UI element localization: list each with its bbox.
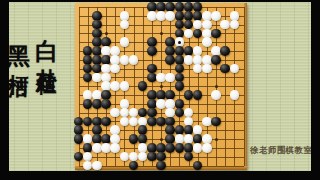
- star-point: [160, 85, 163, 88]
- letterbox-bar-bottom: [0, 171, 320, 180]
- black-stone: [147, 152, 157, 162]
- black-stone: [83, 99, 93, 109]
- white-stone: [110, 81, 120, 91]
- grid-line-v: [244, 7, 245, 166]
- letterbox-bar-left: [0, 0, 9, 180]
- white-stone: [138, 152, 148, 162]
- white-stone: [110, 143, 120, 153]
- grid-line-v: [225, 7, 226, 166]
- black-stone: [147, 73, 157, 83]
- black-stone: [193, 90, 203, 100]
- watermark-text: 徐老师围棋教室: [250, 145, 312, 157]
- white-stone: [202, 117, 212, 127]
- white-stone: [156, 11, 166, 21]
- white-stone: [220, 20, 230, 30]
- black-stone: [101, 117, 111, 127]
- black-stone: [211, 29, 221, 39]
- black-player-caption: 黑 柯洁: [7, 27, 30, 65]
- white-stone: [193, 143, 203, 153]
- white-stone: [230, 20, 240, 30]
- grid-line-v: [152, 7, 153, 166]
- white-stone: [202, 37, 212, 47]
- white-stone: [92, 161, 102, 171]
- white-stone: [184, 55, 194, 65]
- black-player-name: 柯洁: [9, 59, 29, 65]
- white-stone: [165, 11, 175, 21]
- white-stone: [156, 99, 166, 109]
- white-stone: [92, 73, 102, 83]
- black-stone: [175, 108, 185, 118]
- black-stone: [175, 143, 185, 153]
- star-point: [215, 138, 218, 141]
- white-stone: [202, 143, 212, 153]
- white-stone: [120, 152, 130, 162]
- black-stone: [175, 20, 185, 30]
- white-stone: [120, 55, 130, 65]
- black-stone: [156, 161, 166, 171]
- white-stone: [165, 73, 175, 83]
- white-stone: [184, 29, 194, 39]
- black-stone: [193, 29, 203, 39]
- black-stone: [184, 20, 194, 30]
- white-stone: [110, 64, 120, 74]
- black-stone: [156, 117, 166, 127]
- black-stone: [175, 81, 185, 91]
- white-stone: [129, 117, 139, 127]
- white-stone: [202, 20, 212, 30]
- star-point: [160, 138, 163, 141]
- go-board[interactable]: [75, 3, 247, 170]
- black-stone: [175, 64, 185, 74]
- white-stone: [230, 64, 240, 74]
- white-stone: [202, 64, 212, 74]
- black-stone: [184, 152, 194, 162]
- black-stone: [165, 143, 175, 153]
- white-stone: [230, 90, 240, 100]
- black-stone: [220, 46, 230, 56]
- grid-line-v: [234, 7, 235, 166]
- white-stone: [211, 90, 221, 100]
- white-stone: [120, 81, 130, 91]
- white-stone: [147, 11, 157, 21]
- white-stone: [101, 143, 111, 153]
- black-stone: [92, 64, 102, 74]
- black-stone: [83, 73, 93, 83]
- letterbox-bar-right: [311, 0, 320, 180]
- white-stone: [193, 64, 203, 74]
- black-stone: [101, 99, 111, 109]
- black-stone: [165, 55, 175, 65]
- white-player-caption: 白 朴廷桓: [35, 21, 58, 62]
- black-stone: [211, 117, 221, 127]
- white-stone: [120, 37, 130, 47]
- black-stone: [74, 152, 84, 162]
- white-stone: [156, 73, 166, 83]
- white-stone: [120, 117, 130, 127]
- star-point: [105, 32, 108, 35]
- black-stone: [147, 64, 157, 74]
- video-frame: 白 朴廷桓 黑 柯洁 徐老师围棋教室: [0, 0, 320, 180]
- black-stone: [138, 81, 148, 91]
- star-point: [215, 85, 218, 88]
- black-stone: [211, 55, 221, 65]
- black-stone: [138, 108, 148, 118]
- black-stone: [129, 134, 139, 144]
- black-stone: [184, 90, 194, 100]
- white-stone: [92, 143, 102, 153]
- black-stone: [83, 64, 93, 74]
- black-stone: [92, 20, 102, 30]
- black-stone: [92, 99, 102, 109]
- white-stone: [110, 108, 120, 118]
- star-point: [160, 32, 163, 35]
- black-stone: [83, 117, 93, 127]
- black-stone: [147, 46, 157, 56]
- black-stone: [147, 117, 157, 127]
- white-stone: [129, 55, 139, 65]
- white-player-name: 朴廷桓: [37, 53, 57, 62]
- white-stone: [211, 11, 221, 21]
- last-move-marker: [178, 41, 181, 44]
- white-stone: [193, 20, 203, 30]
- black-stone: [220, 64, 230, 74]
- black-stone: [74, 134, 84, 144]
- white-stone: [120, 20, 130, 30]
- letterbox-bar-top: [0, 0, 320, 2]
- white-stone: [101, 64, 111, 74]
